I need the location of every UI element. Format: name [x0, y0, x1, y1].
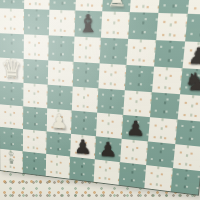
square-f5 — [125, 65, 154, 92]
square-d1 — [69, 157, 94, 182]
square-h3 — [175, 120, 200, 147]
chess-board: ♜♝♟♛♞♟♟♟♟ — [0, 0, 200, 196]
square-f3: ♟ — [122, 115, 150, 142]
square-e2: ♟ — [95, 136, 122, 162]
square-g4 — [150, 92, 180, 119]
square-c2 — [46, 131, 71, 156]
emblem-queen-icon: ♛ — [1, 158, 22, 167]
square-a4 — [0, 81, 23, 106]
square-h2 — [173, 144, 200, 171]
square-a6 — [0, 33, 24, 59]
square-c7 — [49, 10, 76, 37]
square-a3 — [0, 104, 23, 129]
square-h8 — [188, 0, 200, 15]
square-b2 — [23, 129, 47, 154]
square-g2 — [146, 141, 175, 168]
square-f1 — [119, 162, 147, 188]
square-h6: ♟ — [183, 41, 200, 70]
square-f7 — [128, 12, 158, 40]
square-d6 — [74, 37, 101, 64]
square-b7 — [24, 9, 50, 35]
square-c1 — [46, 154, 70, 179]
square-g3 — [148, 117, 178, 144]
square-g6 — [154, 40, 185, 68]
square-e1 — [94, 159, 120, 185]
white-piece: ♜ — [103, 0, 131, 11]
square-d8 — [75, 0, 103, 11]
white-piece: ♛ — [0, 56, 24, 81]
black-piece: ♟ — [95, 140, 121, 161]
square-d4 — [72, 86, 99, 112]
square-b1 — [23, 151, 47, 176]
board-perspective-wrap: ♜♝♟♛♞♟♟♟♟ ♔ ♛ — [0, 0, 200, 194]
square-e3 — [96, 113, 123, 139]
square-d2: ♟ — [70, 134, 96, 159]
white-piece: ♟ — [47, 112, 72, 133]
square-f2 — [120, 139, 148, 165]
square-h1 — [171, 168, 200, 195]
square-c4 — [47, 85, 72, 111]
square-e8: ♜ — [102, 0, 131, 12]
square-a5: ♛ — [0, 58, 24, 83]
square-a7 — [0, 8, 24, 34]
chessboard-photo: ♜♝♟♛♞♟♟♟♟ ♔ ♛ — [0, 0, 200, 200]
square-d5 — [73, 62, 100, 88]
square-g5 — [152, 67, 183, 95]
square-b4 — [23, 83, 47, 108]
square-g7 — [156, 13, 188, 41]
board-maker-emblem: ♔ ♛ — [1, 150, 23, 166]
square-a2 — [0, 127, 23, 151]
black-piece: ♟ — [70, 137, 95, 158]
black-piece: ♝ — [75, 12, 102, 37]
square-e6 — [100, 38, 129, 65]
square-g8 — [158, 0, 190, 14]
black-piece: ♟ — [183, 45, 200, 68]
square-f4 — [123, 90, 152, 117]
square-e7 — [101, 11, 130, 39]
square-c6 — [48, 35, 74, 61]
square-b6 — [24, 34, 49, 60]
black-piece: ♞ — [181, 70, 200, 95]
square-h4 — [178, 94, 200, 122]
square-d3 — [71, 110, 97, 136]
square-h5: ♞ — [180, 68, 200, 96]
square-c5 — [48, 60, 74, 86]
square-h7 — [185, 14, 200, 43]
square-c3: ♟ — [47, 108, 72, 133]
square-e5 — [98, 63, 126, 90]
square-f8 — [130, 0, 161, 13]
square-f6 — [126, 39, 156, 67]
square-b5 — [23, 59, 48, 85]
square-b3 — [23, 106, 47, 131]
square-d7: ♝ — [74, 11, 102, 38]
square-e4 — [97, 88, 125, 115]
black-piece: ♟ — [122, 118, 149, 139]
square-g1 — [144, 165, 173, 191]
